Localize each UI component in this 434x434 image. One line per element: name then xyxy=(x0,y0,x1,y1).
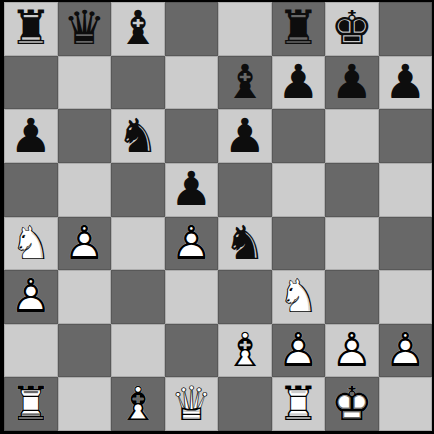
piece-black-pawn[interactable]: ♟ xyxy=(165,163,219,217)
piece-black-rook[interactable]: ♜ xyxy=(272,2,326,56)
square-h6[interactable] xyxy=(379,109,433,163)
square-f5[interactable] xyxy=(272,163,326,217)
square-e8[interactable] xyxy=(218,2,272,56)
piece-white-rook[interactable]: ♜♖ xyxy=(272,377,326,431)
square-b8[interactable]: ♛ xyxy=(58,2,112,56)
white-pawn-outline-glyph: ♙ xyxy=(272,324,326,378)
square-f1[interactable]: ♜♖ xyxy=(272,377,326,431)
piece-black-pawn[interactable]: ♟ xyxy=(272,56,326,110)
piece-white-pawn[interactable]: ♟♙ xyxy=(165,217,219,271)
piece-black-bishop[interactable]: ♝ xyxy=(111,2,165,56)
square-d8[interactable] xyxy=(165,2,219,56)
black-pawn-glyph: ♟ xyxy=(272,56,326,110)
square-c5[interactable] xyxy=(111,163,165,217)
piece-white-knight[interactable]: ♞♘ xyxy=(4,217,58,271)
square-g6[interactable] xyxy=(325,109,379,163)
square-e2[interactable]: ♝♗ xyxy=(218,324,272,378)
piece-white-queen[interactable]: ♛♕ xyxy=(165,377,219,431)
square-d2[interactable] xyxy=(165,324,219,378)
piece-black-king[interactable]: ♚ xyxy=(325,2,379,56)
white-queen-outline-glyph: ♕ xyxy=(165,377,219,431)
square-e4[interactable]: ♞ xyxy=(218,217,272,271)
square-a2[interactable] xyxy=(4,324,58,378)
piece-black-knight[interactable]: ♞ xyxy=(218,217,272,271)
piece-white-pawn[interactable]: ♟♙ xyxy=(4,270,58,324)
square-h2[interactable]: ♟♙ xyxy=(379,324,433,378)
piece-white-king[interactable]: ♚♔ xyxy=(325,377,379,431)
black-pawn-glyph: ♟ xyxy=(325,56,379,110)
piece-black-pawn[interactable]: ♟ xyxy=(218,109,272,163)
black-queen-glyph: ♛ xyxy=(58,2,112,56)
square-d3[interactable] xyxy=(165,270,219,324)
black-rook-glyph: ♜ xyxy=(4,2,58,56)
square-e3[interactable] xyxy=(218,270,272,324)
square-d4[interactable]: ♟♙ xyxy=(165,217,219,271)
white-pawn-outline-glyph: ♙ xyxy=(58,217,112,271)
white-pawn-outline-glyph: ♙ xyxy=(379,324,433,378)
square-d5[interactable]: ♟ xyxy=(165,163,219,217)
square-c4[interactable] xyxy=(111,217,165,271)
black-pawn-glyph: ♟ xyxy=(379,56,433,110)
square-a8[interactable]: ♜ xyxy=(4,2,58,56)
square-f2[interactable]: ♟♙ xyxy=(272,324,326,378)
square-b5[interactable] xyxy=(58,163,112,217)
square-e7[interactable]: ♝ xyxy=(218,56,272,110)
square-g4[interactable] xyxy=(325,217,379,271)
white-bishop-outline-glyph: ♗ xyxy=(111,377,165,431)
piece-black-pawn[interactable]: ♟ xyxy=(325,56,379,110)
square-f3[interactable]: ♞♘ xyxy=(272,270,326,324)
square-h4[interactable] xyxy=(379,217,433,271)
square-f6[interactable] xyxy=(272,109,326,163)
square-c3[interactable] xyxy=(111,270,165,324)
black-pawn-glyph: ♟ xyxy=(4,109,58,163)
piece-white-bishop[interactable]: ♝♗ xyxy=(111,377,165,431)
white-bishop-outline-glyph: ♗ xyxy=(218,324,272,378)
piece-black-pawn[interactable]: ♟ xyxy=(4,109,58,163)
white-king-outline-glyph: ♔ xyxy=(325,377,379,431)
piece-white-bishop[interactable]: ♝♗ xyxy=(218,324,272,378)
square-b6[interactable] xyxy=(58,109,112,163)
square-c6[interactable]: ♞ xyxy=(111,109,165,163)
square-b1[interactable] xyxy=(58,377,112,431)
piece-white-rook[interactable]: ♜♖ xyxy=(4,377,58,431)
square-c7[interactable] xyxy=(111,56,165,110)
square-d7[interactable] xyxy=(165,56,219,110)
square-a4[interactable]: ♞♘ xyxy=(4,217,58,271)
piece-black-bishop[interactable]: ♝ xyxy=(218,56,272,110)
chess-board: ♜♛♝♜♚♝♟♟♟♟♞♟♟♞♘♟♙♟♙♞♟♙♞♘♝♗♟♙♟♙♟♙♜♖♝♗♛♕♜♖… xyxy=(4,2,432,431)
piece-white-pawn[interactable]: ♟♙ xyxy=(379,324,433,378)
square-g5[interactable] xyxy=(325,163,379,217)
square-d6[interactable] xyxy=(165,109,219,163)
white-knight-outline-glyph: ♘ xyxy=(4,217,58,271)
square-a1[interactable]: ♜♖ xyxy=(4,377,58,431)
square-h3[interactable] xyxy=(379,270,433,324)
square-b3[interactable] xyxy=(58,270,112,324)
square-b4[interactable]: ♟♙ xyxy=(58,217,112,271)
white-pawn-outline-glyph: ♙ xyxy=(4,270,58,324)
white-rook-outline-glyph: ♖ xyxy=(4,377,58,431)
square-h1[interactable] xyxy=(379,377,433,431)
square-a7[interactable] xyxy=(4,56,58,110)
square-a5[interactable] xyxy=(4,163,58,217)
black-rook-glyph: ♜ xyxy=(272,2,326,56)
piece-black-knight[interactable]: ♞ xyxy=(111,109,165,163)
piece-black-queen[interactable]: ♛ xyxy=(58,2,112,56)
white-rook-outline-glyph: ♖ xyxy=(272,377,326,431)
square-h7[interactable]: ♟ xyxy=(379,56,433,110)
black-king-glyph: ♚ xyxy=(325,2,379,56)
square-e6[interactable]: ♟ xyxy=(218,109,272,163)
black-bishop-glyph: ♝ xyxy=(111,2,165,56)
square-e1[interactable] xyxy=(218,377,272,431)
piece-white-pawn[interactable]: ♟♙ xyxy=(325,324,379,378)
square-g3[interactable] xyxy=(325,270,379,324)
white-pawn-outline-glyph: ♙ xyxy=(325,324,379,378)
white-knight-outline-glyph: ♘ xyxy=(272,270,326,324)
square-b7[interactable] xyxy=(58,56,112,110)
square-c1[interactable]: ♝♗ xyxy=(111,377,165,431)
square-g8[interactable]: ♚ xyxy=(325,2,379,56)
piece-black-rook[interactable]: ♜ xyxy=(4,2,58,56)
square-a3[interactable]: ♟♙ xyxy=(4,270,58,324)
black-knight-glyph: ♞ xyxy=(218,217,272,271)
piece-white-pawn[interactable]: ♟♙ xyxy=(272,324,326,378)
piece-white-pawn[interactable]: ♟♙ xyxy=(58,217,112,271)
square-h5[interactable] xyxy=(379,163,433,217)
piece-white-knight[interactable]: ♞♘ xyxy=(272,270,326,324)
square-f4[interactable] xyxy=(272,217,326,271)
black-pawn-glyph: ♟ xyxy=(218,109,272,163)
white-pawn-outline-glyph: ♙ xyxy=(165,217,219,271)
piece-black-pawn[interactable]: ♟ xyxy=(379,56,433,110)
square-a6[interactable]: ♟ xyxy=(4,109,58,163)
square-b2[interactable] xyxy=(58,324,112,378)
square-g7[interactable]: ♟ xyxy=(325,56,379,110)
square-h8[interactable] xyxy=(379,2,433,56)
chess-board-frame: ♜♛♝♜♚♝♟♟♟♟♞♟♟♞♘♟♙♟♙♞♟♙♞♘♝♗♟♙♟♙♟♙♜♖♝♗♛♕♜♖… xyxy=(0,0,434,434)
black-pawn-glyph: ♟ xyxy=(165,163,219,217)
square-f8[interactable]: ♜ xyxy=(272,2,326,56)
square-g1[interactable]: ♚♔ xyxy=(325,377,379,431)
square-g2[interactable]: ♟♙ xyxy=(325,324,379,378)
square-c8[interactable]: ♝ xyxy=(111,2,165,56)
square-f7[interactable]: ♟ xyxy=(272,56,326,110)
square-e5[interactable] xyxy=(218,163,272,217)
square-c2[interactable] xyxy=(111,324,165,378)
square-d1[interactable]: ♛♕ xyxy=(165,377,219,431)
black-bishop-glyph: ♝ xyxy=(218,56,272,110)
black-knight-glyph: ♞ xyxy=(111,109,165,163)
